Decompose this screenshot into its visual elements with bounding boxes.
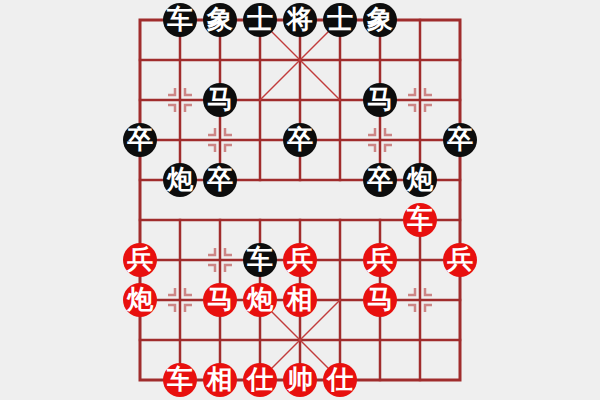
piece-red-horse[interactable]: 马 xyxy=(363,283,397,317)
piece-black-cannon[interactable]: 炮 xyxy=(163,163,197,197)
piece-black-chariot[interactable]: 车 xyxy=(243,243,277,277)
piece-black-soldier[interactable]: 卒 xyxy=(363,163,397,197)
piece-black-soldier[interactable]: 卒 xyxy=(123,123,157,157)
piece-red-chariot[interactable]: 车 xyxy=(403,203,437,237)
piece-red-elephant[interactable]: 相 xyxy=(203,363,237,397)
piece-red-chariot[interactable]: 车 xyxy=(163,363,197,397)
piece-red-advisor[interactable]: 仕 xyxy=(243,363,277,397)
piece-red-soldier[interactable]: 兵 xyxy=(443,243,477,277)
piece-red-cannon[interactable]: 炮 xyxy=(123,283,157,317)
piece-red-soldier[interactable]: 兵 xyxy=(363,243,397,277)
piece-black-soldier[interactable]: 卒 xyxy=(203,163,237,197)
xiangqi-app-screen: 车象士将士象马马卒卒卒炮卒卒炮车兵车兵兵兵炮马炮相马车相仕帅仕 xyxy=(0,0,600,400)
piece-black-general[interactable]: 将 xyxy=(283,3,317,37)
piece-red-cannon[interactable]: 炮 xyxy=(243,283,277,317)
piece-black-chariot[interactable]: 车 xyxy=(163,3,197,37)
piece-black-cannon[interactable]: 炮 xyxy=(403,163,437,197)
piece-black-elephant[interactable]: 象 xyxy=(363,3,397,37)
piece-black-soldier[interactable]: 卒 xyxy=(443,123,477,157)
piece-red-general[interactable]: 帅 xyxy=(283,363,317,397)
piece-black-advisor[interactable]: 士 xyxy=(243,3,277,37)
piece-black-soldier[interactable]: 卒 xyxy=(283,123,317,157)
piece-black-horse[interactable]: 马 xyxy=(203,83,237,117)
piece-red-soldier[interactable]: 兵 xyxy=(123,243,157,277)
piece-red-horse[interactable]: 马 xyxy=(203,283,237,317)
piece-red-advisor[interactable]: 仕 xyxy=(323,363,357,397)
xiangqi-board[interactable]: 车象士将士象马马卒卒卒炮卒卒炮车兵车兵兵兵炮马炮相马车相仕帅仕 xyxy=(120,0,480,400)
piece-red-soldier[interactable]: 兵 xyxy=(283,243,317,277)
piece-black-advisor[interactable]: 士 xyxy=(323,3,357,37)
piece-red-elephant[interactable]: 相 xyxy=(283,283,317,317)
piece-black-elephant[interactable]: 象 xyxy=(203,3,237,37)
piece-black-horse[interactable]: 马 xyxy=(363,83,397,117)
